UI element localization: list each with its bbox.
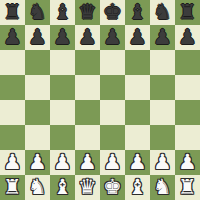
piece-white-knight[interactable]: ♞: [28, 175, 47, 200]
square-e5[interactable]: [100, 75, 125, 100]
piece-black-pawn[interactable]: ♟: [153, 25, 172, 50]
square-d3[interactable]: [75, 125, 100, 150]
square-a2[interactable]: ♟: [0, 150, 25, 175]
square-d2[interactable]: ♟: [75, 150, 100, 175]
square-d1[interactable]: ♛: [75, 175, 100, 200]
piece-black-pawn[interactable]: ♟: [103, 25, 122, 50]
square-a6[interactable]: [0, 50, 25, 75]
piece-black-pawn[interactable]: ♟: [3, 25, 22, 50]
piece-black-rook[interactable]: ♜: [3, 0, 22, 25]
square-h2[interactable]: ♟: [175, 150, 200, 175]
square-c1[interactable]: ♝: [50, 175, 75, 200]
square-h4[interactable]: [175, 100, 200, 125]
square-g6[interactable]: [150, 50, 175, 75]
piece-white-bishop[interactable]: ♝: [128, 175, 147, 200]
square-e2[interactable]: ♟: [100, 150, 125, 175]
square-g7[interactable]: ♟: [150, 25, 175, 50]
square-f1[interactable]: ♝: [125, 175, 150, 200]
piece-black-rook[interactable]: ♜: [178, 0, 197, 25]
piece-black-pawn[interactable]: ♟: [28, 25, 47, 50]
piece-white-pawn[interactable]: ♟: [28, 150, 47, 175]
square-f7[interactable]: ♟: [125, 25, 150, 50]
square-b6[interactable]: [25, 50, 50, 75]
piece-black-bishop[interactable]: ♝: [53, 0, 72, 25]
piece-white-pawn[interactable]: ♟: [3, 150, 22, 175]
square-a5[interactable]: [0, 75, 25, 100]
square-e8[interactable]: ♚: [100, 0, 125, 25]
square-b8[interactable]: ♞: [25, 0, 50, 25]
square-c6[interactable]: [50, 50, 75, 75]
square-g2[interactable]: ♟: [150, 150, 175, 175]
square-b7[interactable]: ♟: [25, 25, 50, 50]
square-h5[interactable]: [175, 75, 200, 100]
square-c3[interactable]: [50, 125, 75, 150]
square-f2[interactable]: ♟: [125, 150, 150, 175]
square-h6[interactable]: [175, 50, 200, 75]
square-g4[interactable]: [150, 100, 175, 125]
piece-white-pawn[interactable]: ♟: [128, 150, 147, 175]
piece-white-pawn[interactable]: ♟: [103, 150, 122, 175]
piece-black-queen[interactable]: ♛: [78, 0, 97, 25]
square-d4[interactable]: [75, 100, 100, 125]
square-g5[interactable]: [150, 75, 175, 100]
square-d8[interactable]: ♛: [75, 0, 100, 25]
piece-black-king[interactable]: ♚: [103, 0, 122, 25]
square-h1[interactable]: ♜: [175, 175, 200, 200]
square-g8[interactable]: ♞: [150, 0, 175, 25]
square-b1[interactable]: ♞: [25, 175, 50, 200]
piece-white-pawn[interactable]: ♟: [178, 150, 197, 175]
square-d7[interactable]: ♟: [75, 25, 100, 50]
square-g3[interactable]: [150, 125, 175, 150]
square-e3[interactable]: [100, 125, 125, 150]
piece-white-pawn[interactable]: ♟: [53, 150, 72, 175]
square-c2[interactable]: ♟: [50, 150, 75, 175]
piece-white-pawn[interactable]: ♟: [78, 150, 97, 175]
chess-board: ♜♞♝♛♚♝♞♜♟♟♟♟♟♟♟♟♟♟♟♟♟♟♟♟♜♞♝♛♚♝♞♜: [0, 0, 200, 200]
square-b4[interactable]: [25, 100, 50, 125]
square-d5[interactable]: [75, 75, 100, 100]
square-a3[interactable]: [0, 125, 25, 150]
piece-white-knight[interactable]: ♞: [153, 175, 172, 200]
square-b5[interactable]: [25, 75, 50, 100]
square-c4[interactable]: [50, 100, 75, 125]
piece-black-knight[interactable]: ♞: [153, 0, 172, 25]
square-f5[interactable]: [125, 75, 150, 100]
piece-black-pawn[interactable]: ♟: [53, 25, 72, 50]
square-b3[interactable]: [25, 125, 50, 150]
square-f3[interactable]: [125, 125, 150, 150]
piece-black-knight[interactable]: ♞: [28, 0, 47, 25]
piece-white-bishop[interactable]: ♝: [53, 175, 72, 200]
square-g1[interactable]: ♞: [150, 175, 175, 200]
square-b2[interactable]: ♟: [25, 150, 50, 175]
square-c5[interactable]: [50, 75, 75, 100]
square-c8[interactable]: ♝: [50, 0, 75, 25]
square-a8[interactable]: ♜: [0, 0, 25, 25]
square-a4[interactable]: [0, 100, 25, 125]
piece-black-pawn[interactable]: ♟: [128, 25, 147, 50]
piece-white-rook[interactable]: ♜: [3, 175, 22, 200]
square-a7[interactable]: ♟: [0, 25, 25, 50]
square-h7[interactable]: ♟: [175, 25, 200, 50]
square-e4[interactable]: [100, 100, 125, 125]
square-e7[interactable]: ♟: [100, 25, 125, 50]
piece-white-pawn[interactable]: ♟: [153, 150, 172, 175]
square-f4[interactable]: [125, 100, 150, 125]
square-f6[interactable]: [125, 50, 150, 75]
square-a1[interactable]: ♜: [0, 175, 25, 200]
piece-white-queen[interactable]: ♛: [78, 175, 97, 200]
square-f8[interactable]: ♝: [125, 0, 150, 25]
square-h8[interactable]: ♜: [175, 0, 200, 25]
square-e1[interactable]: ♚: [100, 175, 125, 200]
piece-white-rook[interactable]: ♜: [178, 175, 197, 200]
square-h3[interactable]: [175, 125, 200, 150]
square-d6[interactable]: [75, 50, 100, 75]
piece-black-bishop[interactable]: ♝: [128, 0, 147, 25]
square-e6[interactable]: [100, 50, 125, 75]
piece-white-king[interactable]: ♚: [103, 175, 122, 200]
square-c7[interactable]: ♟: [50, 25, 75, 50]
piece-black-pawn[interactable]: ♟: [78, 25, 97, 50]
piece-black-pawn[interactable]: ♟: [178, 25, 197, 50]
